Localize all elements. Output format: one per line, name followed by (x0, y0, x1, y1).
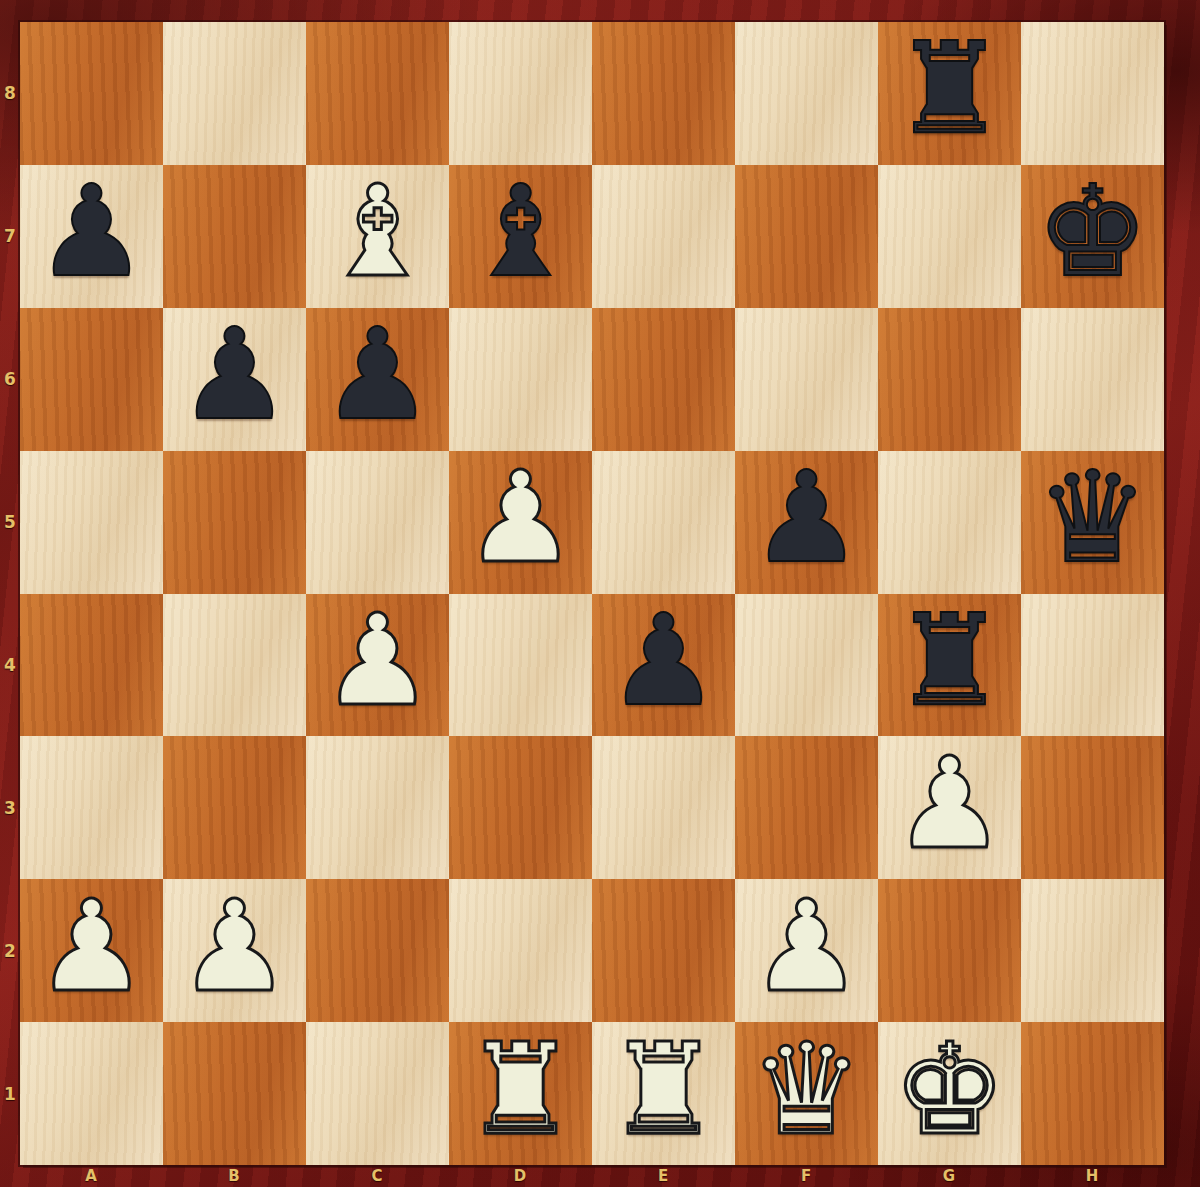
white-pawn-g3[interactable]: ♟ (893, 741, 1006, 867)
file-label-g: G (878, 1165, 1021, 1187)
square-d8[interactable] (449, 22, 592, 165)
white-pawn-d5[interactable]: ♟ (464, 455, 577, 581)
white-pawn-a2[interactable]: ♟ (35, 884, 148, 1010)
rank-label-1: 1 (0, 1022, 20, 1165)
file-label-a: A (20, 1165, 163, 1187)
square-d2[interactable] (449, 879, 592, 1022)
square-d7[interactable]: ♝ (449, 165, 592, 308)
square-a5[interactable] (20, 451, 163, 594)
white-rook-e1[interactable]: ♜ (607, 1027, 720, 1153)
square-b7[interactable] (163, 165, 306, 308)
square-c7[interactable]: ♝ (306, 165, 449, 308)
black-pawn-a7[interactable]: ♟ (35, 169, 148, 295)
square-g4[interactable]: ♜ (878, 594, 1021, 737)
rank-label-8: 8 (0, 22, 20, 165)
square-g2[interactable] (878, 879, 1021, 1022)
square-a1[interactable] (20, 1022, 163, 1165)
square-c1[interactable] (306, 1022, 449, 1165)
square-a3[interactable] (20, 736, 163, 879)
black-rook-g4[interactable]: ♜ (893, 598, 1006, 724)
file-label-d: D (449, 1165, 592, 1187)
square-g3[interactable]: ♟ (878, 736, 1021, 879)
square-g1[interactable]: ♚ (878, 1022, 1021, 1165)
square-h3[interactable] (1021, 736, 1164, 879)
white-queen-f1[interactable]: ♛ (750, 1027, 863, 1153)
square-f5[interactable]: ♟ (735, 451, 878, 594)
file-label-c: C (306, 1165, 449, 1187)
black-rook-g8[interactable]: ♜ (893, 26, 1006, 152)
rank-label-5: 5 (0, 451, 20, 594)
file-label-h: H (1021, 1165, 1164, 1187)
square-e6[interactable] (592, 308, 735, 451)
square-f7[interactable] (735, 165, 878, 308)
square-d1[interactable]: ♜ (449, 1022, 592, 1165)
chess-board: ♜♟♝♝♚♟♟♟♟♛♟♟♜♟♟♟♟♜♜♛♚ (20, 22, 1164, 1165)
square-d4[interactable] (449, 594, 592, 737)
square-h1[interactable] (1021, 1022, 1164, 1165)
square-h8[interactable] (1021, 22, 1164, 165)
square-e1[interactable]: ♜ (592, 1022, 735, 1165)
square-e3[interactable] (592, 736, 735, 879)
white-pawn-c4[interactable]: ♟ (321, 598, 434, 724)
file-labels: ABCDEFGH (20, 1165, 1164, 1187)
square-f4[interactable] (735, 594, 878, 737)
square-f2[interactable]: ♟ (735, 879, 878, 1022)
rank-label-7: 7 (0, 165, 20, 308)
square-h5[interactable]: ♛ (1021, 451, 1164, 594)
square-d5[interactable]: ♟ (449, 451, 592, 594)
square-g8[interactable]: ♜ (878, 22, 1021, 165)
file-label-e: E (592, 1165, 735, 1187)
rank-label-2: 2 (0, 879, 20, 1022)
square-c5[interactable] (306, 451, 449, 594)
square-c4[interactable]: ♟ (306, 594, 449, 737)
square-d6[interactable] (449, 308, 592, 451)
white-pawn-f2[interactable]: ♟ (750, 884, 863, 1010)
rank-label-4: 4 (0, 594, 20, 737)
square-b1[interactable] (163, 1022, 306, 1165)
black-bishop-d7[interactable]: ♝ (464, 169, 577, 295)
square-c2[interactable] (306, 879, 449, 1022)
black-pawn-b6[interactable]: ♟ (178, 312, 291, 438)
white-bishop-c7[interactable]: ♝ (321, 169, 434, 295)
white-rook-d1[interactable]: ♜ (464, 1027, 577, 1153)
square-e2[interactable] (592, 879, 735, 1022)
rank-label-6: 6 (0, 308, 20, 451)
white-king-g1[interactable]: ♚ (893, 1027, 1006, 1153)
square-a7[interactable]: ♟ (20, 165, 163, 308)
black-queen-h5[interactable]: ♛ (1036, 455, 1149, 581)
file-label-f: F (735, 1165, 878, 1187)
square-b2[interactable]: ♟ (163, 879, 306, 1022)
square-b3[interactable] (163, 736, 306, 879)
rank-label-3: 3 (0, 736, 20, 879)
square-h6[interactable] (1021, 308, 1164, 451)
square-f3[interactable] (735, 736, 878, 879)
square-e8[interactable] (592, 22, 735, 165)
square-f6[interactable] (735, 308, 878, 451)
black-pawn-e4[interactable]: ♟ (607, 598, 720, 724)
square-a4[interactable] (20, 594, 163, 737)
square-f1[interactable]: ♛ (735, 1022, 878, 1165)
chess-board-frame: 87654321 ♜♟♝♝♚♟♟♟♟♛♟♟♜♟♟♟♟♜♜♛♚ ABCDEFGH (0, 0, 1200, 1187)
square-g6[interactable] (878, 308, 1021, 451)
square-g5[interactable] (878, 451, 1021, 594)
square-a8[interactable] (20, 22, 163, 165)
square-h2[interactable] (1021, 879, 1164, 1022)
square-b4[interactable] (163, 594, 306, 737)
square-b5[interactable] (163, 451, 306, 594)
square-c3[interactable] (306, 736, 449, 879)
black-pawn-c6[interactable]: ♟ (321, 312, 434, 438)
square-f8[interactable] (735, 22, 878, 165)
square-e5[interactable] (592, 451, 735, 594)
black-pawn-f5[interactable]: ♟ (750, 455, 863, 581)
square-a6[interactable] (20, 308, 163, 451)
square-h7[interactable]: ♚ (1021, 165, 1164, 308)
square-a2[interactable]: ♟ (20, 879, 163, 1022)
square-b6[interactable]: ♟ (163, 308, 306, 451)
file-label-b: B (163, 1165, 306, 1187)
square-g7[interactable] (878, 165, 1021, 308)
square-c6[interactable]: ♟ (306, 308, 449, 451)
rank-labels: 87654321 (0, 22, 20, 1165)
square-c8[interactable] (306, 22, 449, 165)
square-e4[interactable]: ♟ (592, 594, 735, 737)
square-d3[interactable] (449, 736, 592, 879)
square-b8[interactable] (163, 22, 306, 165)
square-e7[interactable] (592, 165, 735, 308)
white-pawn-b2[interactable]: ♟ (178, 884, 291, 1010)
black-king-h7[interactable]: ♚ (1036, 169, 1149, 295)
square-h4[interactable] (1021, 594, 1164, 737)
